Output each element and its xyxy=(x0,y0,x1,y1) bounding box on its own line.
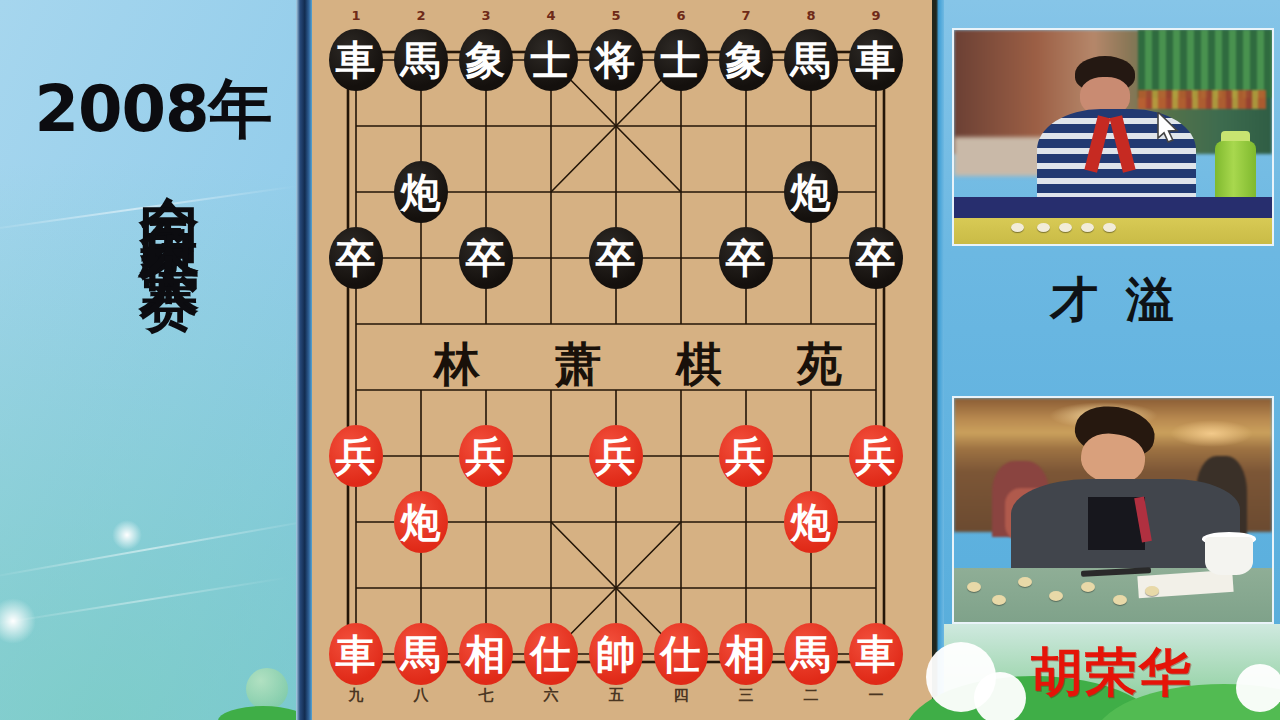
black-piece-車[interactable]: 車 xyxy=(329,29,383,91)
xiangqi-board: 123456789 林萧棋苑 九八七六五四三二一 車馬象士将士象馬車炮炮卒卒卒卒… xyxy=(312,0,932,720)
mouse-cursor-icon xyxy=(1156,112,1182,144)
photo-piece xyxy=(1059,223,1072,232)
red-player-name-strip: 胡荣华 xyxy=(944,624,1280,720)
window-edge-right xyxy=(932,0,944,720)
red-piece-相[interactable]: 相 xyxy=(459,623,513,685)
red-piece-相[interactable]: 相 xyxy=(719,623,773,685)
file-label-top: 6 xyxy=(671,8,691,23)
black-piece-卒[interactable]: 卒 xyxy=(849,227,903,289)
file-label-bottom: 六 xyxy=(541,686,561,705)
red-piece-仕[interactable]: 仕 xyxy=(654,623,708,685)
red-piece-車[interactable]: 車 xyxy=(329,623,383,685)
red-piece-兵[interactable]: 兵 xyxy=(719,425,773,487)
player-name-black: 才溢 xyxy=(944,268,1280,332)
black-piece-卒[interactable]: 卒 xyxy=(719,227,773,289)
file-label-bottom: 五 xyxy=(606,686,626,705)
red-piece-仕[interactable]: 仕 xyxy=(524,623,578,685)
photo-crowd xyxy=(1138,90,1265,109)
file-label-top: 2 xyxy=(411,8,431,23)
black-piece-象[interactable]: 象 xyxy=(719,29,773,91)
black-piece-炮[interactable]: 炮 xyxy=(784,161,838,223)
board-window: 123456789 林萧棋苑 九八七六五四三二一 車馬象士将士象馬車炮炮卒卒卒卒… xyxy=(296,0,944,720)
red-piece-帥[interactable]: 帥 xyxy=(589,623,643,685)
table-edge xyxy=(954,197,1272,221)
red-piece-馬[interactable]: 馬 xyxy=(784,623,838,685)
file-labels-top: 123456789 xyxy=(346,8,886,23)
title-panel: 2008年 全国象棋个人赛 xyxy=(0,0,296,720)
file-label-bottom: 四 xyxy=(671,686,691,705)
red-piece-炮[interactable]: 炮 xyxy=(784,491,838,553)
file-label-top: 1 xyxy=(346,8,366,23)
black-piece-馬[interactable]: 馬 xyxy=(394,29,448,91)
red-piece-馬[interactable]: 馬 xyxy=(394,623,448,685)
black-piece-士[interactable]: 士 xyxy=(654,29,708,91)
photo-piece xyxy=(1103,223,1116,232)
file-label-bottom: 九 xyxy=(346,686,366,705)
decor-hill xyxy=(218,706,308,720)
photo-piece xyxy=(1037,223,1050,232)
black-piece-将[interactable]: 将 xyxy=(589,29,643,91)
photo-piece xyxy=(967,582,981,592)
black-piece-卒[interactable]: 卒 xyxy=(329,227,383,289)
photo-piece xyxy=(1011,223,1024,232)
window-edge-left xyxy=(296,0,312,720)
photo-piece xyxy=(1049,591,1063,601)
photo-player-red xyxy=(952,396,1274,624)
black-piece-士[interactable]: 士 xyxy=(524,29,578,91)
photo-piece xyxy=(1145,586,1159,596)
file-label-bottom: 一 xyxy=(866,686,886,705)
red-piece-兵[interactable]: 兵 xyxy=(589,425,643,487)
file-label-top: 3 xyxy=(476,8,496,23)
red-piece-兵[interactable]: 兵 xyxy=(459,425,513,487)
players-panel: 才溢 xyxy=(944,0,1280,720)
decor-bubble xyxy=(246,668,288,710)
event-title-vertical: 全国象棋个人赛 xyxy=(128,148,212,688)
file-label-bottom: 八 xyxy=(411,686,431,705)
black-piece-卒[interactable]: 卒 xyxy=(459,227,513,289)
photo-player-black xyxy=(952,28,1274,246)
piece-grid: 車馬象士将士象馬車炮炮卒卒卒卒卒兵兵兵兵兵炮炮車馬相仕帥仕相馬車 xyxy=(323,27,908,687)
file-labels-bottom: 九八七六五四三二一 xyxy=(346,686,886,705)
file-label-top: 4 xyxy=(541,8,561,23)
black-piece-象[interactable]: 象 xyxy=(459,29,513,91)
player-name-red: 胡荣华 xyxy=(944,638,1280,708)
photo-piece xyxy=(1018,577,1032,587)
file-label-bottom: 二 xyxy=(801,686,821,705)
event-year: 2008年 xyxy=(28,66,278,153)
red-piece-車[interactable]: 車 xyxy=(849,623,903,685)
file-label-top: 7 xyxy=(736,8,756,23)
file-label-top: 5 xyxy=(606,8,626,23)
photo-floor xyxy=(954,137,1049,176)
file-label-bottom: 七 xyxy=(476,686,496,705)
teacup xyxy=(1205,537,1253,575)
photo-piece xyxy=(1081,582,1095,592)
black-piece-馬[interactable]: 馬 xyxy=(784,29,838,91)
red-piece-炮[interactable]: 炮 xyxy=(394,491,448,553)
black-piece-車[interactable]: 車 xyxy=(849,29,903,91)
photo-piece xyxy=(1081,223,1094,232)
photo-banner xyxy=(1138,30,1272,98)
video-frame: 2008年 全国象棋个人赛 123456789 xyxy=(0,0,1280,720)
black-piece-卒[interactable]: 卒 xyxy=(589,227,643,289)
black-piece-炮[interactable]: 炮 xyxy=(394,161,448,223)
red-piece-兵[interactable]: 兵 xyxy=(329,425,383,487)
red-piece-兵[interactable]: 兵 xyxy=(849,425,903,487)
file-label-top: 9 xyxy=(866,8,886,23)
file-label-bottom: 三 xyxy=(736,686,756,705)
file-label-top: 8 xyxy=(801,8,821,23)
